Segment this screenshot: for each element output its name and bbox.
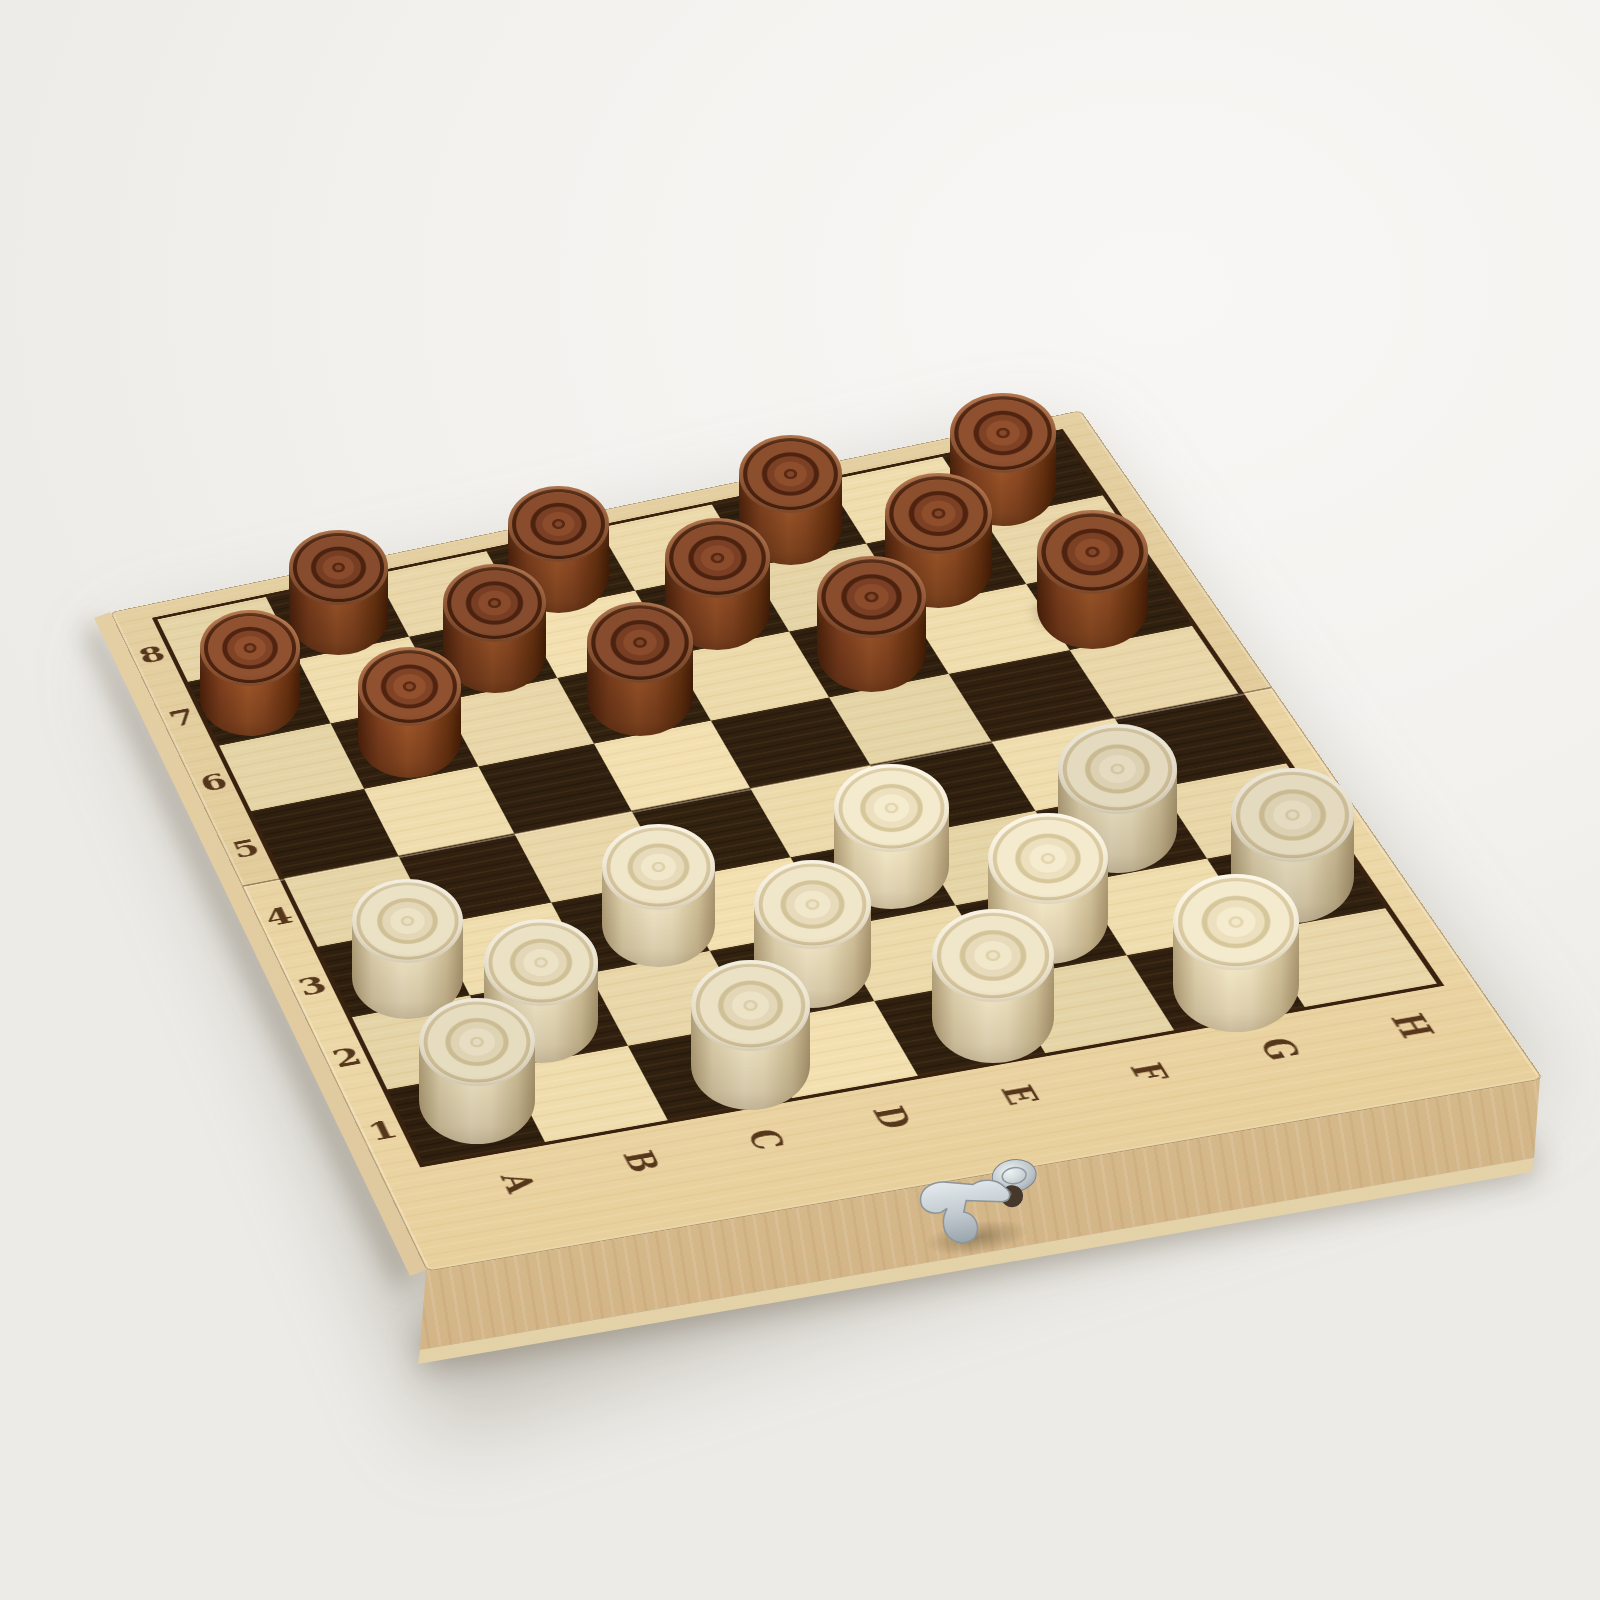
metal-clasp[interactable] — [902, 1130, 1069, 1280]
piece-top-face — [443, 564, 545, 642]
piece-top-face — [1058, 724, 1176, 814]
piece-top-face — [508, 486, 609, 563]
piece-top-face — [665, 518, 770, 598]
checker-dark-b8[interactable] — [289, 530, 388, 654]
checker-dark-d6[interactable] — [587, 602, 693, 736]
piece-top-face — [352, 879, 463, 963]
checker-white-g1[interactable] — [1173, 874, 1298, 1032]
checker-white-e1[interactable] — [932, 909, 1054, 1063]
piece-top-face — [1037, 510, 1148, 594]
piece-top-face — [932, 909, 1054, 1002]
piece-top-face — [419, 998, 535, 1086]
checker-white-a1[interactable] — [419, 998, 535, 1144]
piece-top-face — [834, 764, 949, 852]
piece-top-face — [950, 393, 1056, 473]
checker-dark-b6[interactable] — [358, 647, 462, 777]
product-photo-scene: 12345678ABCDEFGH — [0, 0, 1600, 1600]
piece-top-face — [358, 647, 462, 726]
piece-top-face — [587, 602, 693, 683]
piece-top-face — [817, 556, 925, 638]
piece-top-face — [484, 919, 598, 1006]
piece-top-face — [691, 960, 810, 1051]
piece-top-face — [754, 860, 871, 949]
checker-white-c3[interactable] — [602, 824, 715, 967]
piece-top-face — [1173, 874, 1298, 969]
pieces-layer — [0, 0, 1600, 1600]
piece-top-face — [885, 473, 992, 554]
checker-dark-f6[interactable] — [817, 556, 925, 693]
piece-top-face — [200, 610, 300, 686]
piece-top-face — [1231, 768, 1354, 861]
piece-top-face — [988, 813, 1108, 904]
piece-top-face — [289, 530, 388, 605]
checker-dark-h6[interactable] — [1037, 510, 1148, 650]
checker-dark-a7[interactable] — [200, 610, 300, 736]
checker-white-c1[interactable] — [691, 960, 810, 1110]
piece-top-face — [739, 435, 842, 514]
piece-top-face — [602, 824, 715, 910]
